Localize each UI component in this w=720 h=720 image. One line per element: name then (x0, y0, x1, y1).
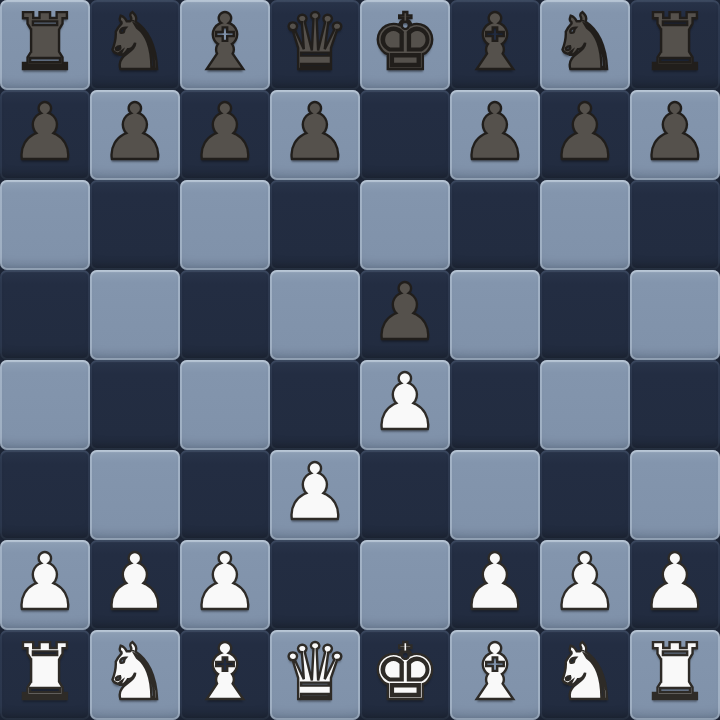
white-rook[interactable]: ♜ (640, 627, 710, 717)
square-f5[interactable] (450, 270, 540, 360)
black-pawn[interactable]: ♟ (100, 87, 170, 177)
square-a8[interactable]: ♜ (0, 0, 90, 90)
black-queen[interactable]: ♛ (280, 0, 350, 87)
square-c6[interactable] (180, 180, 270, 270)
square-f6[interactable] (450, 180, 540, 270)
square-h4[interactable] (630, 360, 720, 450)
white-pawn[interactable]: ♟ (640, 537, 710, 627)
square-e5[interactable]: ♟ (360, 270, 450, 360)
black-king[interactable]: ♚ (370, 0, 440, 87)
square-c3[interactable] (180, 450, 270, 540)
black-pawn[interactable]: ♟ (640, 87, 710, 177)
square-c8[interactable]: ♝ (180, 0, 270, 90)
square-c4[interactable] (180, 360, 270, 450)
white-bishop[interactable]: ♝ (190, 627, 260, 717)
square-d6[interactable] (270, 180, 360, 270)
white-pawn[interactable]: ♟ (190, 537, 260, 627)
square-g5[interactable] (540, 270, 630, 360)
chess-board: ♜♞♝♛♚♝♞♜♟♟♟♟♟♟♟♟♟♟♟♟♟♟♟♟♜♞♝♛♚♝♞♜ (0, 0, 720, 720)
chess-board-container: ♜♞♝♛♚♝♞♜♟♟♟♟♟♟♟♟♟♟♟♟♟♟♟♟♜♞♝♛♚♝♞♜ (0, 0, 720, 720)
square-c7[interactable]: ♟ (180, 90, 270, 180)
white-queen[interactable]: ♛ (280, 627, 350, 717)
square-a6[interactable] (0, 180, 90, 270)
square-f8[interactable]: ♝ (450, 0, 540, 90)
square-a2[interactable]: ♟ (0, 540, 90, 630)
square-h2[interactable]: ♟ (630, 540, 720, 630)
black-rook[interactable]: ♜ (10, 0, 80, 87)
square-a7[interactable]: ♟ (0, 90, 90, 180)
square-d2[interactable] (270, 540, 360, 630)
square-e8[interactable]: ♚ (360, 0, 450, 90)
square-b4[interactable] (90, 360, 180, 450)
square-e7[interactable] (360, 90, 450, 180)
black-pawn[interactable]: ♟ (370, 267, 440, 357)
black-pawn[interactable]: ♟ (460, 87, 530, 177)
square-g8[interactable]: ♞ (540, 0, 630, 90)
square-g2[interactable]: ♟ (540, 540, 630, 630)
white-knight[interactable]: ♞ (550, 627, 620, 717)
square-d3[interactable]: ♟ (270, 450, 360, 540)
square-e4[interactable]: ♟ (360, 360, 450, 450)
square-h1[interactable]: ♜ (630, 630, 720, 720)
square-a3[interactable] (0, 450, 90, 540)
black-bishop[interactable]: ♝ (460, 0, 530, 87)
square-b1[interactable]: ♞ (90, 630, 180, 720)
square-d1[interactable]: ♛ (270, 630, 360, 720)
square-e3[interactable] (360, 450, 450, 540)
white-rook[interactable]: ♜ (10, 627, 80, 717)
black-knight[interactable]: ♞ (550, 0, 620, 87)
white-king[interactable]: ♚ (370, 627, 440, 717)
black-knight[interactable]: ♞ (100, 0, 170, 87)
white-knight[interactable]: ♞ (100, 627, 170, 717)
white-pawn[interactable]: ♟ (10, 537, 80, 627)
white-pawn[interactable]: ♟ (550, 537, 620, 627)
black-pawn[interactable]: ♟ (550, 87, 620, 177)
square-h5[interactable] (630, 270, 720, 360)
square-c5[interactable] (180, 270, 270, 360)
square-d7[interactable]: ♟ (270, 90, 360, 180)
square-f7[interactable]: ♟ (450, 90, 540, 180)
square-b6[interactable] (90, 180, 180, 270)
square-c1[interactable]: ♝ (180, 630, 270, 720)
square-h7[interactable]: ♟ (630, 90, 720, 180)
white-pawn[interactable]: ♟ (280, 447, 350, 537)
black-bishop[interactable]: ♝ (190, 0, 260, 87)
square-b8[interactable]: ♞ (90, 0, 180, 90)
square-b7[interactable]: ♟ (90, 90, 180, 180)
square-g4[interactable] (540, 360, 630, 450)
square-f1[interactable]: ♝ (450, 630, 540, 720)
square-f4[interactable] (450, 360, 540, 450)
black-pawn[interactable]: ♟ (190, 87, 260, 177)
black-pawn[interactable]: ♟ (10, 87, 80, 177)
square-g7[interactable]: ♟ (540, 90, 630, 180)
square-g1[interactable]: ♞ (540, 630, 630, 720)
square-f2[interactable]: ♟ (450, 540, 540, 630)
square-g3[interactable] (540, 450, 630, 540)
white-bishop[interactable]: ♝ (460, 627, 530, 717)
square-h6[interactable] (630, 180, 720, 270)
square-a1[interactable]: ♜ (0, 630, 90, 720)
square-d5[interactable] (270, 270, 360, 360)
black-pawn[interactable]: ♟ (280, 87, 350, 177)
white-pawn[interactable]: ♟ (370, 357, 440, 447)
square-e2[interactable] (360, 540, 450, 630)
square-b3[interactable] (90, 450, 180, 540)
square-d4[interactable] (270, 360, 360, 450)
square-a5[interactable] (0, 270, 90, 360)
square-b2[interactable]: ♟ (90, 540, 180, 630)
black-rook[interactable]: ♜ (640, 0, 710, 87)
white-pawn[interactable]: ♟ (460, 537, 530, 627)
square-b5[interactable] (90, 270, 180, 360)
square-c2[interactable]: ♟ (180, 540, 270, 630)
square-d8[interactable]: ♛ (270, 0, 360, 90)
square-a4[interactable] (0, 360, 90, 450)
square-h8[interactable]: ♜ (630, 0, 720, 90)
square-h3[interactable] (630, 450, 720, 540)
square-f3[interactable] (450, 450, 540, 540)
square-e1[interactable]: ♚ (360, 630, 450, 720)
square-g6[interactable] (540, 180, 630, 270)
square-e6[interactable] (360, 180, 450, 270)
white-pawn[interactable]: ♟ (100, 537, 170, 627)
